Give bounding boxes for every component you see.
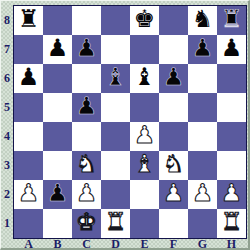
square-e8[interactable]: ♚: [130, 6, 159, 35]
square-f7[interactable]: [159, 35, 188, 64]
black-rook[interactable]: ♜: [221, 5, 243, 34]
square-e4[interactable]: ♟: [130, 122, 159, 151]
square-h2[interactable]: ♟: [217, 180, 246, 209]
white-knight[interactable]: ♞: [163, 150, 185, 179]
square-h5[interactable]: [217, 93, 246, 122]
square-f4[interactable]: [159, 122, 188, 151]
white-pawn[interactable]: ♟: [221, 179, 243, 208]
square-b4[interactable]: [43, 122, 72, 151]
file-label-g: G: [188, 238, 217, 250]
white-pawn[interactable]: ♟: [18, 179, 40, 208]
square-f3[interactable]: ♞: [159, 151, 188, 180]
black-pawn[interactable]: ♟: [192, 34, 214, 63]
square-h3[interactable]: [217, 151, 246, 180]
square-a1[interactable]: [14, 209, 43, 238]
rank-label-1: 1: [1, 209, 13, 238]
board-frame: 8 7 6 5 4 3 2 1 ♜♚♞♜♟♟♟♟♟♝♝♟♟♟♞♝♞♟♟♟♟♟♟♚…: [0, 0, 250, 250]
square-h8[interactable]: ♜: [217, 6, 246, 35]
file-label-f: F: [159, 238, 188, 250]
file-labels: A B C D E F G H: [14, 238, 246, 250]
rank-label-6: 6: [1, 64, 13, 93]
square-g1[interactable]: [188, 209, 217, 238]
white-knight[interactable]: ♞: [76, 150, 98, 179]
square-c3[interactable]: ♞: [72, 151, 101, 180]
square-b8[interactable]: [43, 6, 72, 35]
black-pawn[interactable]: ♟: [76, 34, 98, 63]
square-a3[interactable]: [14, 151, 43, 180]
rank-label-3: 3: [1, 151, 13, 180]
square-d1[interactable]: ♜: [101, 209, 130, 238]
square-h7[interactable]: ♟: [217, 35, 246, 64]
square-d5[interactable]: [101, 93, 130, 122]
black-pawn[interactable]: ♟: [18, 63, 40, 92]
square-c8[interactable]: [72, 6, 101, 35]
square-g4[interactable]: [188, 122, 217, 151]
white-rook[interactable]: ♜: [105, 208, 127, 237]
square-e1[interactable]: [130, 209, 159, 238]
square-f2[interactable]: ♟: [159, 180, 188, 209]
square-e6[interactable]: ♝: [130, 64, 159, 93]
square-c7[interactable]: ♟: [72, 35, 101, 64]
square-g6[interactable]: [188, 64, 217, 93]
square-b2[interactable]: ♟: [43, 180, 72, 209]
square-a2[interactable]: ♟: [14, 180, 43, 209]
square-g2[interactable]: ♟: [188, 180, 217, 209]
white-king[interactable]: ♚: [76, 208, 98, 237]
square-e3[interactable]: ♝: [130, 151, 159, 180]
square-d2[interactable]: [101, 180, 130, 209]
black-bishop[interactable]: ♝: [105, 63, 127, 92]
square-c5[interactable]: ♟: [72, 93, 101, 122]
square-f6[interactable]: ♟: [159, 64, 188, 93]
square-e5[interactable]: [130, 93, 159, 122]
black-pawn[interactable]: ♟: [76, 92, 98, 121]
square-d7[interactable]: [101, 35, 130, 64]
rank-label-7: 7: [1, 35, 13, 64]
black-pawn[interactable]: ♟: [47, 34, 69, 63]
black-bishop[interactable]: ♝: [134, 63, 156, 92]
black-pawn[interactable]: ♟: [221, 34, 243, 63]
white-pawn[interactable]: ♟: [76, 179, 98, 208]
white-bishop[interactable]: ♝: [134, 150, 156, 179]
file-label-b: B: [43, 238, 72, 250]
rank-label-4: 4: [1, 122, 13, 151]
square-f1[interactable]: [159, 209, 188, 238]
square-d3[interactable]: [101, 151, 130, 180]
black-pawn[interactable]: ♟: [47, 179, 69, 208]
square-b3[interactable]: [43, 151, 72, 180]
black-king[interactable]: ♚: [134, 5, 156, 34]
black-rook[interactable]: ♜: [18, 5, 40, 34]
white-pawn[interactable]: ♟: [134, 121, 156, 150]
square-a8[interactable]: ♜: [14, 6, 43, 35]
square-g3[interactable]: [188, 151, 217, 180]
file-label-e: E: [130, 238, 159, 250]
square-d4[interactable]: [101, 122, 130, 151]
rank-label-8: 8: [1, 6, 13, 35]
square-b6[interactable]: [43, 64, 72, 93]
file-label-c: C: [72, 238, 101, 250]
black-pawn[interactable]: ♟: [163, 63, 185, 92]
square-a5[interactable]: [14, 93, 43, 122]
rank-label-5: 5: [1, 93, 13, 122]
square-h1[interactable]: ♜: [217, 209, 246, 238]
rank-labels: 8 7 6 5 4 3 2 1: [1, 6, 13, 238]
square-b5[interactable]: [43, 93, 72, 122]
white-pawn[interactable]: ♟: [192, 179, 214, 208]
square-g5[interactable]: [188, 93, 217, 122]
black-knight[interactable]: ♞: [192, 5, 214, 34]
square-d8[interactable]: [101, 6, 130, 35]
file-label-a: A: [14, 238, 43, 250]
square-c2[interactable]: ♟: [72, 180, 101, 209]
square-c1[interactable]: ♚: [72, 209, 101, 238]
square-e2[interactable]: [130, 180, 159, 209]
rank-label-2: 2: [1, 180, 13, 209]
square-f5[interactable]: [159, 93, 188, 122]
file-label-d: D: [101, 238, 130, 250]
square-f8[interactable]: [159, 6, 188, 35]
square-g8[interactable]: ♞: [188, 6, 217, 35]
chess-board[interactable]: ♜♚♞♜♟♟♟♟♟♝♝♟♟♟♞♝♞♟♟♟♟♟♟♚♜♜: [13, 5, 247, 239]
square-g7[interactable]: ♟: [188, 35, 217, 64]
square-a7[interactable]: [14, 35, 43, 64]
square-a4[interactable]: [14, 122, 43, 151]
square-e7[interactable]: [130, 35, 159, 64]
square-c4[interactable]: [72, 122, 101, 151]
square-c6[interactable]: [72, 64, 101, 93]
file-label-h: H: [217, 238, 246, 250]
square-a6[interactable]: ♟: [14, 64, 43, 93]
white-rook[interactable]: ♜: [221, 208, 243, 237]
square-b1[interactable]: [43, 209, 72, 238]
square-h4[interactable]: [217, 122, 246, 151]
square-h6[interactable]: [217, 64, 246, 93]
square-d6[interactable]: ♝: [101, 64, 130, 93]
square-b7[interactable]: ♟: [43, 35, 72, 64]
white-pawn[interactable]: ♟: [163, 179, 185, 208]
